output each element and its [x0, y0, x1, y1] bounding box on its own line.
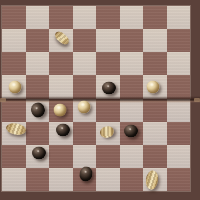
- square-a6[interactable]: [2, 52, 26, 75]
- square-g6[interactable]: [143, 52, 167, 75]
- square-f5[interactable]: [120, 75, 144, 98]
- square-g1[interactable]: [143, 168, 167, 191]
- square-d3[interactable]: [73, 122, 97, 145]
- square-f4[interactable]: [120, 99, 144, 122]
- square-d2[interactable]: [73, 145, 97, 168]
- square-c7[interactable]: [49, 29, 73, 52]
- square-f6[interactable]: [120, 52, 144, 75]
- square-b4[interactable]: [26, 99, 50, 122]
- square-e6[interactable]: [96, 52, 120, 75]
- square-h1[interactable]: [167, 168, 191, 191]
- square-c5[interactable]: [49, 75, 73, 98]
- square-b6[interactable]: [26, 52, 50, 75]
- square-f8[interactable]: [120, 6, 144, 29]
- square-g7[interactable]: [143, 29, 167, 52]
- piece-white-pawn-a5[interactable]: [8, 80, 21, 93]
- square-c4[interactable]: [49, 99, 73, 122]
- square-c6[interactable]: [49, 52, 73, 75]
- square-c2[interactable]: [49, 145, 73, 168]
- square-d6[interactable]: [73, 52, 97, 75]
- square-e5[interactable]: [96, 75, 120, 98]
- chessboard-grid: [2, 6, 190, 191]
- square-e2[interactable]: [96, 145, 120, 168]
- square-h5[interactable]: [167, 75, 191, 98]
- square-b5[interactable]: [26, 75, 50, 98]
- piece-white-pawn-e3[interactable]: [99, 125, 115, 139]
- square-e1[interactable]: [96, 168, 120, 191]
- piece-black-pawn-e5[interactable]: [102, 81, 116, 94]
- square-h8[interactable]: [167, 6, 191, 29]
- square-g2[interactable]: [143, 145, 167, 168]
- square-b8[interactable]: [26, 6, 50, 29]
- square-g3[interactable]: [143, 122, 167, 145]
- square-h3[interactable]: [167, 122, 191, 145]
- piece-black-pawn-d1[interactable]: [79, 166, 94, 183]
- hinge-right: [194, 98, 200, 102]
- piece-black-pawn-c3[interactable]: [56, 124, 70, 137]
- square-d4[interactable]: [73, 99, 97, 122]
- piece-black-pawn-f3[interactable]: [124, 125, 138, 138]
- piece-white-pawn-c7[interactable]: [53, 29, 71, 46]
- square-a7[interactable]: [2, 29, 26, 52]
- square-e8[interactable]: [96, 6, 120, 29]
- square-g8[interactable]: [143, 6, 167, 29]
- square-g4[interactable]: [143, 99, 167, 122]
- square-b7[interactable]: [26, 29, 50, 52]
- square-a4[interactable]: [2, 99, 26, 122]
- square-h7[interactable]: [167, 29, 191, 52]
- square-c8[interactable]: [49, 6, 73, 29]
- piece-white-pawn-g1[interactable]: [144, 170, 159, 190]
- chessboard-photo: [0, 0, 200, 200]
- square-f7[interactable]: [120, 29, 144, 52]
- square-d5[interactable]: [73, 75, 97, 98]
- square-c3[interactable]: [49, 122, 73, 145]
- square-a2[interactable]: [2, 145, 26, 168]
- square-d1[interactable]: [73, 168, 97, 191]
- square-d8[interactable]: [73, 6, 97, 29]
- square-h2[interactable]: [167, 145, 191, 168]
- piece-white-pawn-d4[interactable]: [78, 101, 91, 114]
- piece-white-pawn-a3[interactable]: [5, 122, 27, 136]
- square-c1[interactable]: [49, 168, 73, 191]
- square-e4[interactable]: [96, 99, 120, 122]
- square-e7[interactable]: [96, 29, 120, 52]
- square-b2[interactable]: [26, 145, 50, 168]
- square-a3[interactable]: [2, 122, 26, 145]
- piece-black-pawn-b2[interactable]: [32, 147, 46, 160]
- square-b1[interactable]: [26, 168, 50, 191]
- square-f3[interactable]: [120, 122, 144, 145]
- square-g5[interactable]: [143, 75, 167, 98]
- square-e3[interactable]: [96, 122, 120, 145]
- square-d7[interactable]: [73, 29, 97, 52]
- square-f1[interactable]: [120, 168, 144, 191]
- square-a1[interactable]: [2, 168, 26, 191]
- piece-white-pawn-c4[interactable]: [53, 104, 66, 117]
- square-h6[interactable]: [167, 52, 191, 75]
- square-h4[interactable]: [167, 99, 191, 122]
- square-b3[interactable]: [26, 122, 50, 145]
- square-a8[interactable]: [2, 6, 26, 29]
- piece-black-pawn-b4[interactable]: [30, 101, 47, 119]
- square-a5[interactable]: [2, 75, 26, 98]
- piece-white-pawn-g5[interactable]: [146, 80, 159, 93]
- square-f2[interactable]: [120, 145, 144, 168]
